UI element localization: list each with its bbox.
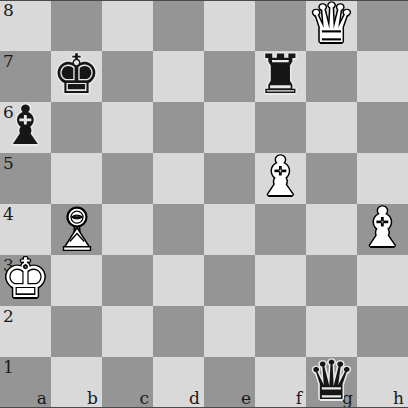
file-label-b: b [87,390,98,407]
rank-label-8: 8 [3,2,14,19]
square-c2[interactable] [102,306,153,357]
piece-white-king-a3[interactable]: ♚ [0,255,51,306]
rank-label-7: 7 [3,53,14,70]
square-b5[interactable] [51,153,102,204]
square-d2[interactable] [153,306,204,357]
square-g8[interactable]: ♛ [306,0,357,51]
square-e7[interactable] [204,51,255,102]
square-d7[interactable] [153,51,204,102]
square-e4[interactable] [204,204,255,255]
piece-black-rook-f7[interactable]: ♜ [255,51,306,102]
square-a5[interactable]: 5 [0,153,51,204]
piece-black-queen-g1[interactable]: ♛ [306,357,357,408]
rank-label-2: 2 [3,308,14,325]
file-label-e: e [241,390,251,407]
square-e5[interactable] [204,153,255,204]
square-e3[interactable] [204,255,255,306]
file-label-d: d [189,390,200,407]
square-h1[interactable]: h [357,357,408,408]
square-e1[interactable]: e [204,357,255,408]
file-label-a: a [37,390,47,407]
square-g3[interactable] [306,255,357,306]
square-e8[interactable] [204,0,255,51]
square-c6[interactable] [102,102,153,153]
piece-black-king-b7[interactable]: ♚ [51,51,102,102]
square-d1[interactable]: d [153,357,204,408]
square-a6[interactable]: 6♝ [0,102,51,153]
square-c5[interactable] [102,153,153,204]
rank-label-4: 4 [3,206,14,223]
square-d4[interactable] [153,204,204,255]
square-b2[interactable] [51,306,102,357]
square-c8[interactable] [102,0,153,51]
chess-board: 8♛7♚♜6♝5♝4 ♝3♚21abcdefg♛h [0,0,408,408]
square-g6[interactable] [306,102,357,153]
piece-black-bishop-a6[interactable]: ♝ [0,102,51,153]
piece-white-bishop-f5[interactable]: ♝ [255,153,306,204]
square-a8[interactable]: 8 [0,0,51,51]
square-e6[interactable] [204,102,255,153]
square-d3[interactable] [153,255,204,306]
square-d5[interactable] [153,153,204,204]
window-edge-top [0,0,408,1]
square-b1[interactable]: b [51,357,102,408]
square-h4[interactable]: ♝ [357,204,408,255]
square-h2[interactable] [357,306,408,357]
chess-board-screenshot: 8♛7♚♜6♝5♝4 ♝3♚21abcdefg♛h [0,0,408,408]
square-d8[interactable] [153,0,204,51]
square-g7[interactable] [306,51,357,102]
square-c4[interactable] [102,204,153,255]
file-label-h: h [393,390,404,407]
square-f1[interactable]: f [255,357,306,408]
square-h3[interactable] [357,255,408,306]
square-b6[interactable] [51,102,102,153]
square-b4[interactable] [51,204,102,255]
square-f2[interactable] [255,306,306,357]
square-a1[interactable]: 1a [0,357,51,408]
piece-white-queen-g8[interactable]: ♛ [306,0,357,51]
square-f3[interactable] [255,255,306,306]
square-f7[interactable]: ♜ [255,51,306,102]
square-g4[interactable] [306,204,357,255]
square-f4[interactable] [255,204,306,255]
square-g5[interactable] [306,153,357,204]
square-h7[interactable] [357,51,408,102]
rank-label-5: 5 [3,155,14,172]
square-c3[interactable] [102,255,153,306]
square-h6[interactable] [357,102,408,153]
square-c7[interactable] [102,51,153,102]
piece-white-bishop-h4[interactable]: ♝ [357,204,408,255]
file-label-f: f [296,390,302,407]
square-c1[interactable]: c [102,357,153,408]
square-g1[interactable]: g♛ [306,357,357,408]
square-a2[interactable]: 2 [0,306,51,357]
square-h8[interactable] [357,0,408,51]
file-label-c: c [139,390,149,407]
square-a3[interactable]: 3♚ [0,255,51,306]
square-f5[interactable]: ♝ [255,153,306,204]
square-d6[interactable] [153,102,204,153]
square-b7[interactable]: ♚ [51,51,102,102]
square-b3[interactable] [51,255,102,306]
piece-white-fairy-b4[interactable] [57,206,97,252]
rank-label-1: 1 [3,359,14,376]
square-e2[interactable] [204,306,255,357]
